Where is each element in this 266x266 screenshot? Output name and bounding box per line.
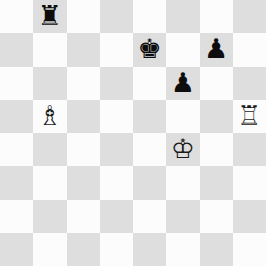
square-a7[interactable] — [0, 33, 33, 66]
square-b1[interactable] — [33, 233, 66, 266]
square-h4[interactable] — [233, 133, 266, 166]
white-king[interactable]: ♔ — [171, 135, 195, 162]
square-d6[interactable] — [100, 67, 133, 100]
square-g3[interactable] — [200, 166, 233, 199]
black-pawn[interactable]: ♟ — [171, 69, 195, 96]
square-g6[interactable] — [200, 67, 233, 100]
square-e2[interactable] — [133, 200, 166, 233]
square-b3[interactable] — [33, 166, 66, 199]
square-c6[interactable] — [67, 67, 100, 100]
square-b8[interactable]: ♜ — [33, 0, 66, 33]
square-d1[interactable] — [100, 233, 133, 266]
chess-board: ♜♚♟♟♗♖♔ — [0, 0, 266, 266]
square-a6[interactable] — [0, 67, 33, 100]
square-h2[interactable] — [233, 200, 266, 233]
black-pawn[interactable]: ♟ — [204, 35, 228, 62]
square-f6[interactable]: ♟ — [166, 67, 199, 100]
square-e5[interactable] — [133, 100, 166, 133]
square-h5[interactable]: ♖ — [233, 100, 266, 133]
square-f7[interactable] — [166, 33, 199, 66]
square-b7[interactable] — [33, 33, 66, 66]
square-g4[interactable] — [200, 133, 233, 166]
square-e3[interactable] — [133, 166, 166, 199]
square-g5[interactable] — [200, 100, 233, 133]
square-g2[interactable] — [200, 200, 233, 233]
square-f8[interactable] — [166, 0, 199, 33]
square-b4[interactable] — [33, 133, 66, 166]
square-d3[interactable] — [100, 166, 133, 199]
square-g1[interactable] — [200, 233, 233, 266]
square-e6[interactable] — [133, 67, 166, 100]
square-d7[interactable] — [100, 33, 133, 66]
square-c3[interactable] — [67, 166, 100, 199]
square-f1[interactable] — [166, 233, 199, 266]
square-e4[interactable] — [133, 133, 166, 166]
square-d5[interactable] — [100, 100, 133, 133]
square-e8[interactable] — [133, 0, 166, 33]
square-d4[interactable] — [100, 133, 133, 166]
square-a4[interactable] — [0, 133, 33, 166]
square-b5[interactable]: ♗ — [33, 100, 66, 133]
square-g7[interactable]: ♟ — [200, 33, 233, 66]
square-c2[interactable] — [67, 200, 100, 233]
square-h1[interactable] — [233, 233, 266, 266]
square-h3[interactable] — [233, 166, 266, 199]
square-c8[interactable] — [67, 0, 100, 33]
square-e7[interactable]: ♚ — [133, 33, 166, 66]
square-f2[interactable] — [166, 200, 199, 233]
square-h8[interactable] — [233, 0, 266, 33]
square-a3[interactable] — [0, 166, 33, 199]
square-d8[interactable] — [100, 0, 133, 33]
square-c1[interactable] — [67, 233, 100, 266]
square-a5[interactable] — [0, 100, 33, 133]
square-h7[interactable] — [233, 33, 266, 66]
square-f4[interactable]: ♔ — [166, 133, 199, 166]
square-h6[interactable] — [233, 67, 266, 100]
black-king[interactable]: ♚ — [138, 35, 162, 62]
square-g8[interactable] — [200, 0, 233, 33]
square-c7[interactable] — [67, 33, 100, 66]
white-rook[interactable]: ♖ — [237, 102, 261, 129]
white-bishop[interactable]: ♗ — [38, 102, 62, 129]
square-a1[interactable] — [0, 233, 33, 266]
square-e1[interactable] — [133, 233, 166, 266]
black-rook[interactable]: ♜ — [38, 2, 62, 29]
square-b2[interactable] — [33, 200, 66, 233]
square-d2[interactable] — [100, 200, 133, 233]
square-f5[interactable] — [166, 100, 199, 133]
square-f3[interactable] — [166, 166, 199, 199]
square-c5[interactable] — [67, 100, 100, 133]
square-a8[interactable] — [0, 0, 33, 33]
square-b6[interactable] — [33, 67, 66, 100]
square-c4[interactable] — [67, 133, 100, 166]
square-a2[interactable] — [0, 200, 33, 233]
